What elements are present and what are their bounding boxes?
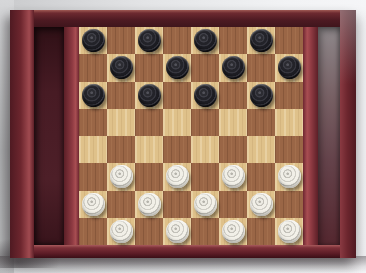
square-6-6[interactable]: ⛀ [247,191,275,218]
square-5-1[interactable]: ⛀ [107,163,135,190]
square-5-3[interactable]: ⛀ [163,163,191,190]
square-0-6[interactable]: ⛂ [247,27,275,54]
white-piece[interactable]: ⛀ [222,220,245,243]
square-7-1[interactable]: ⛀ [107,218,135,245]
black-piece[interactable]: ⛂ [250,29,273,52]
board-frame: ⛂⛂⛂⛂⛂⛂⛂⛂⛂⛂⛂⛂⛀⛀⛀⛀⛀⛀⛀⛀⛀⛀⛀⛀ [10,10,356,258]
checkers-board: ⛂⛂⛂⛂⛂⛂⛂⛂⛂⛂⛂⛂⛀⛀⛀⛀⛀⛀⛀⛀⛀⛀⛀⛀ [79,27,303,245]
black-piece[interactable]: ⛂ [82,84,105,107]
frame-rail-top [10,10,356,27]
wall-shading-bottom [0,256,366,273]
square-3-6[interactable] [247,109,275,136]
square-5-4[interactable] [191,163,219,190]
square-7-5[interactable]: ⛀ [219,218,247,245]
white-piece[interactable]: ⛀ [166,165,189,188]
square-1-2[interactable] [135,54,163,81]
white-piece[interactable]: ⛀ [278,220,301,243]
white-piece[interactable]: ⛀ [278,165,301,188]
square-1-7[interactable]: ⛂ [275,54,303,81]
frame-rail-inner-right [303,27,318,245]
square-2-7[interactable] [275,82,303,109]
square-3-4[interactable] [191,109,219,136]
square-3-7[interactable] [275,109,303,136]
square-0-7[interactable] [275,27,303,54]
white-piece[interactable]: ⛀ [138,193,161,216]
square-7-0[interactable] [79,218,107,245]
square-3-0[interactable] [79,109,107,136]
square-5-7[interactable]: ⛀ [275,163,303,190]
square-4-6[interactable] [247,136,275,163]
square-3-5[interactable] [219,109,247,136]
white-piece[interactable]: ⛀ [110,165,133,188]
square-1-1[interactable]: ⛂ [107,54,135,81]
square-4-3[interactable] [163,136,191,163]
square-6-4[interactable]: ⛀ [191,191,219,218]
frame-rail-right [340,10,356,258]
square-3-3[interactable] [163,109,191,136]
left-storage-tray [34,27,64,245]
square-4-0[interactable] [79,136,107,163]
square-1-5[interactable]: ⛂ [219,54,247,81]
frame-rail-left [10,10,34,258]
black-piece[interactable]: ⛂ [222,56,245,79]
square-7-2[interactable] [135,218,163,245]
black-piece[interactable]: ⛂ [110,56,133,79]
square-2-4[interactable]: ⛂ [191,82,219,109]
square-1-3[interactable]: ⛂ [163,54,191,81]
square-5-6[interactable] [247,163,275,190]
black-piece[interactable]: ⛂ [166,56,189,79]
black-piece[interactable]: ⛂ [278,56,301,79]
square-4-7[interactable] [275,136,303,163]
white-piece[interactable]: ⛀ [82,193,105,216]
square-0-2[interactable]: ⛂ [135,27,163,54]
square-0-3[interactable] [163,27,191,54]
square-2-5[interactable] [219,82,247,109]
white-piece[interactable]: ⛀ [250,193,273,216]
square-6-1[interactable] [107,191,135,218]
square-2-1[interactable] [107,82,135,109]
checkers-set-photo: ⛂⛂⛂⛂⛂⛂⛂⛂⛂⛂⛂⛂⛀⛀⛀⛀⛀⛀⛀⛀⛀⛀⛀⛀ [0,0,366,273]
square-0-5[interactable] [219,27,247,54]
right-storage-tray [318,27,340,245]
square-2-2[interactable]: ⛂ [135,82,163,109]
square-6-2[interactable]: ⛀ [135,191,163,218]
black-piece[interactable]: ⛂ [82,29,105,52]
white-piece[interactable]: ⛀ [110,220,133,243]
black-piece[interactable]: ⛂ [250,84,273,107]
square-4-1[interactable] [107,136,135,163]
square-2-3[interactable] [163,82,191,109]
square-5-0[interactable] [79,163,107,190]
square-1-4[interactable] [191,54,219,81]
square-7-6[interactable] [247,218,275,245]
black-piece[interactable]: ⛂ [194,29,217,52]
square-5-2[interactable] [135,163,163,190]
square-4-2[interactable] [135,136,163,163]
square-4-5[interactable] [219,136,247,163]
square-7-7[interactable]: ⛀ [275,218,303,245]
square-1-6[interactable] [247,54,275,81]
square-6-7[interactable] [275,191,303,218]
white-piece[interactable]: ⛀ [194,193,217,216]
square-5-5[interactable]: ⛀ [219,163,247,190]
white-piece[interactable]: ⛀ [222,165,245,188]
square-3-2[interactable] [135,109,163,136]
square-2-6[interactable]: ⛂ [247,82,275,109]
square-7-4[interactable] [191,218,219,245]
square-4-4[interactable] [191,136,219,163]
square-0-1[interactable] [107,27,135,54]
black-piece[interactable]: ⛂ [194,84,217,107]
square-6-3[interactable] [163,191,191,218]
square-6-0[interactable]: ⛀ [79,191,107,218]
square-1-0[interactable] [79,54,107,81]
frame-rail-bottom [10,245,356,258]
black-piece[interactable]: ⛂ [138,29,161,52]
square-6-5[interactable] [219,191,247,218]
white-piece[interactable]: ⛀ [166,220,189,243]
frame-rail-inner-left [64,27,79,245]
square-0-0[interactable]: ⛂ [79,27,107,54]
square-7-3[interactable]: ⛀ [163,218,191,245]
square-2-0[interactable]: ⛂ [79,82,107,109]
square-3-1[interactable] [107,109,135,136]
black-piece[interactable]: ⛂ [138,84,161,107]
square-0-4[interactable]: ⛂ [191,27,219,54]
